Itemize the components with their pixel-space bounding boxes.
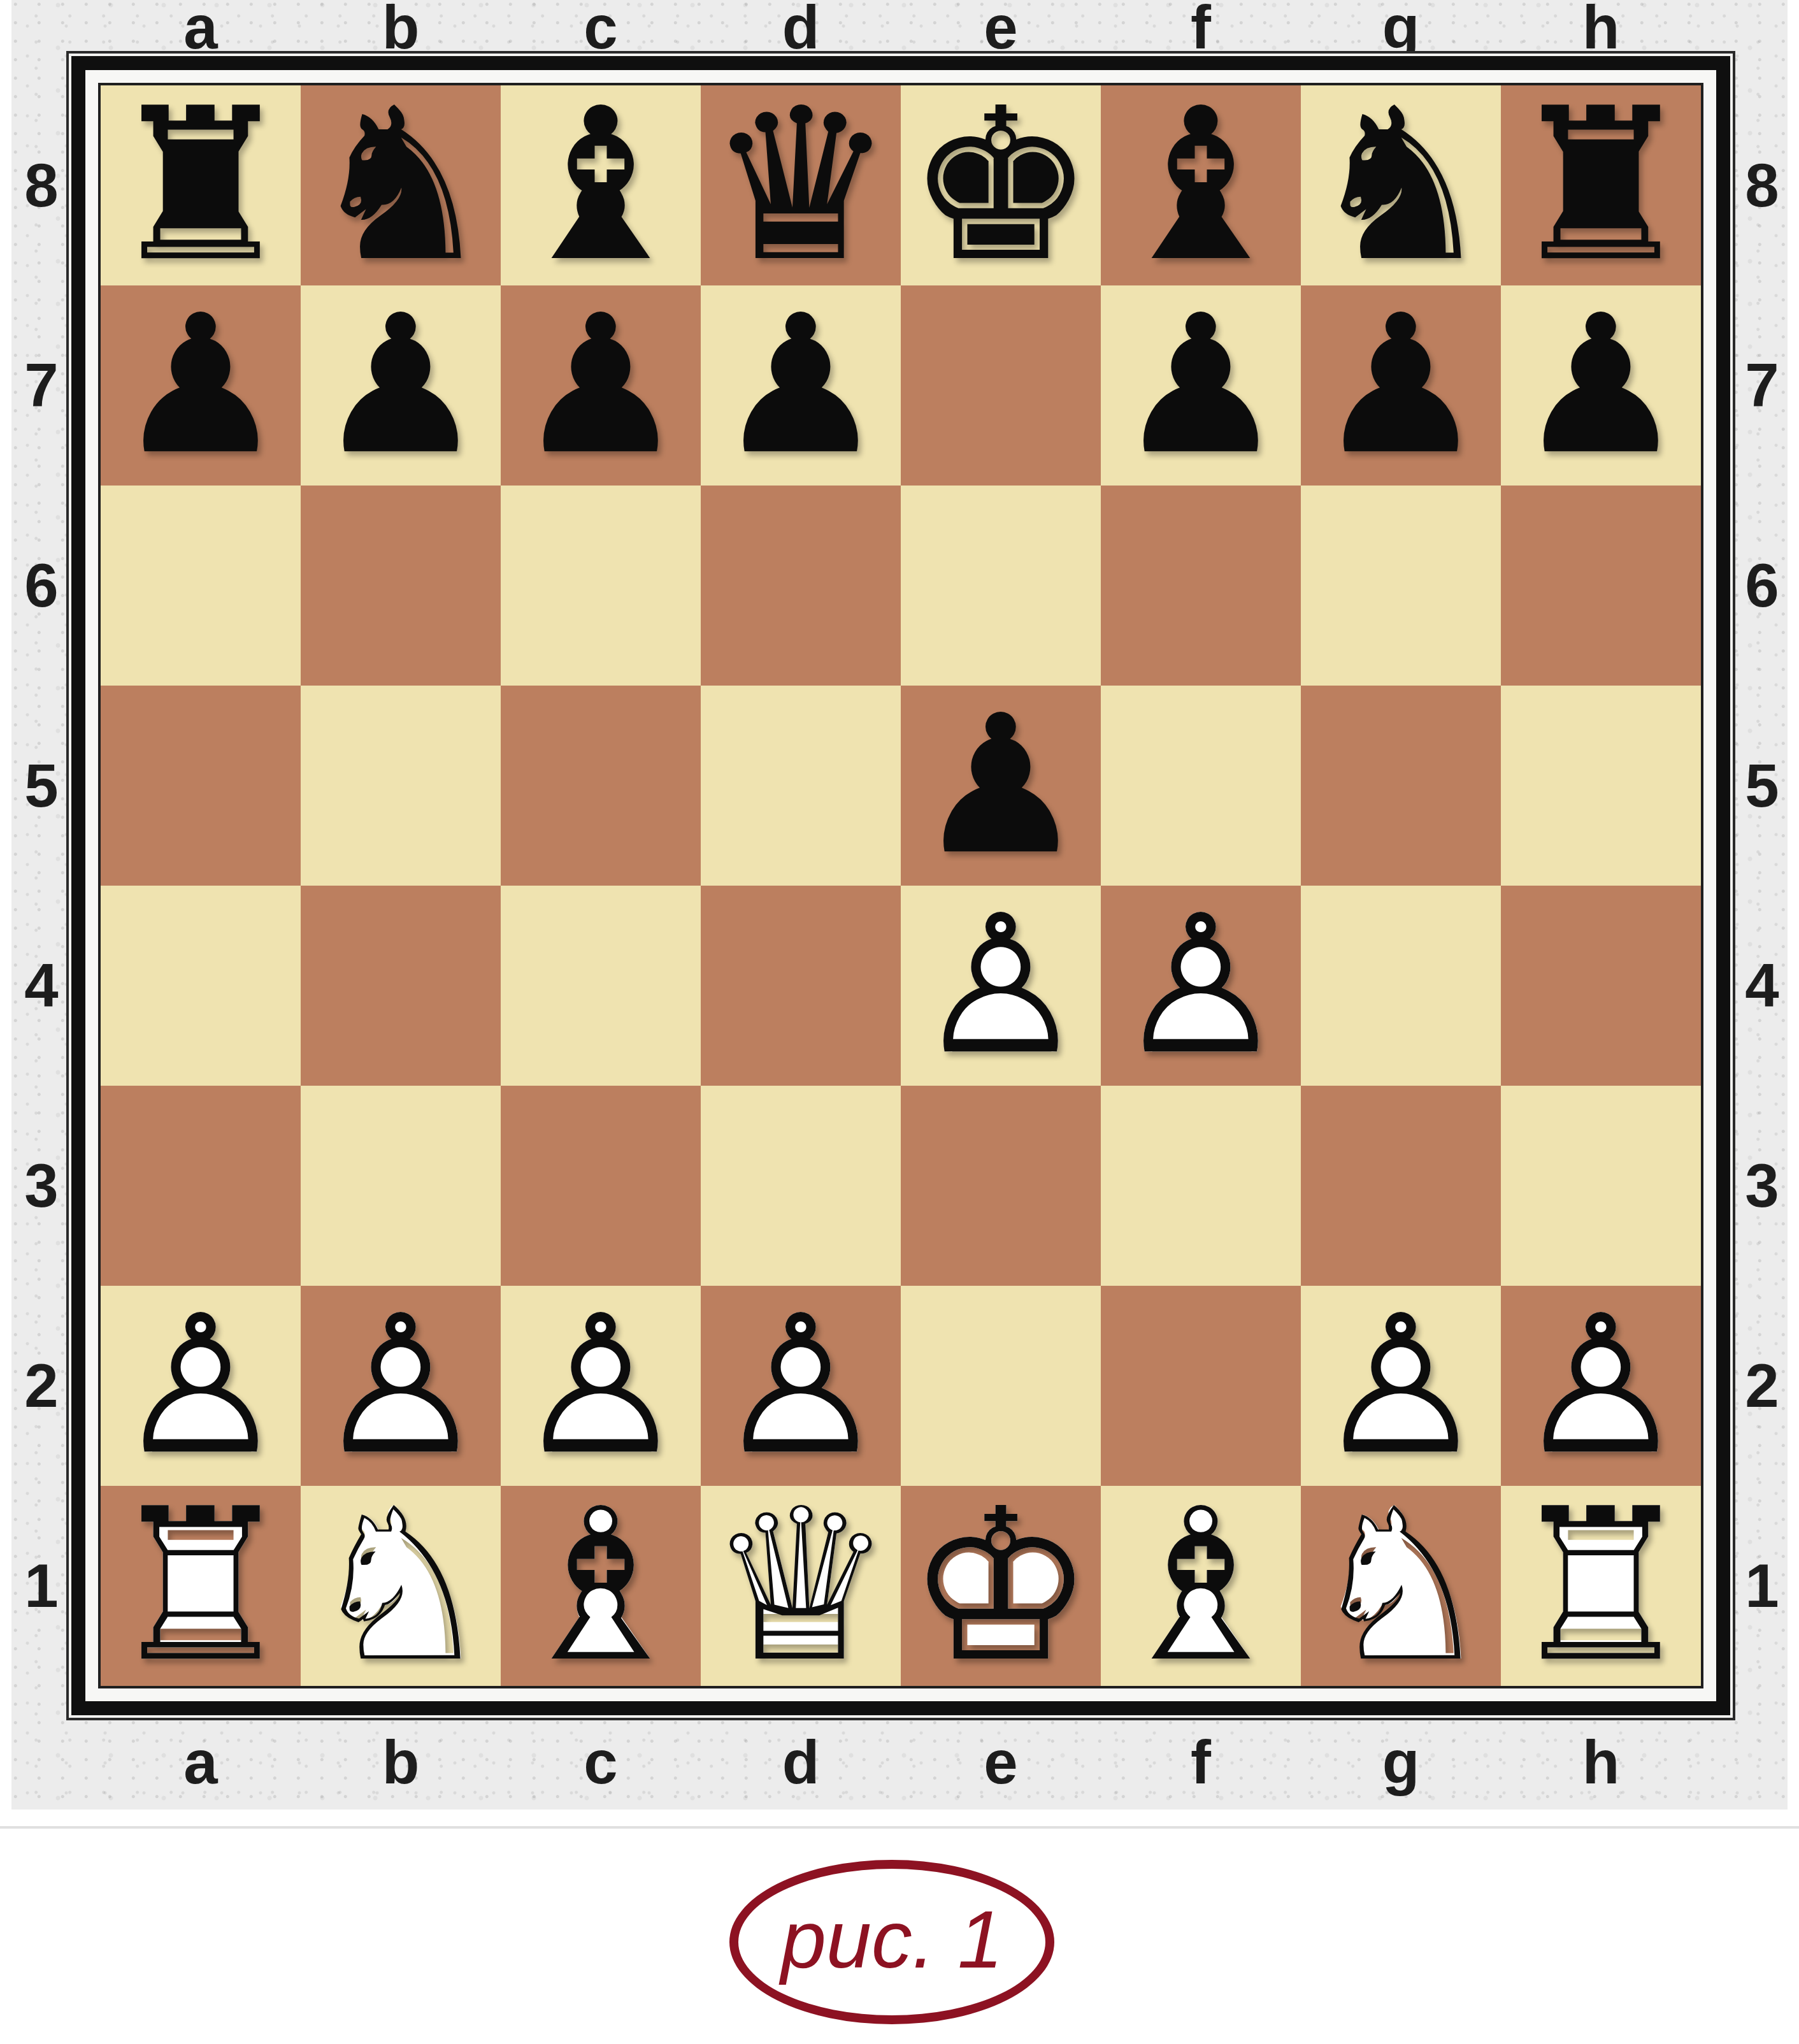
piece-black-rook-h8: ♜ xyxy=(1501,85,1701,285)
square-a2: ♟♙ xyxy=(101,1286,301,1486)
file-label-bottom-g: g xyxy=(1301,1715,1501,1810)
board-frame: ♜♞♝♛♚♝♞♜♟♟♟♟♟♟♟♟♟♙♟♙♟♙♟♙♟♙♟♙♟♙♟♙♜♖♞♘♝♗♛♕… xyxy=(71,56,1730,1715)
file-label-bottom-b: b xyxy=(301,1715,501,1810)
square-c1: ♝♗ xyxy=(501,1486,701,1686)
rank-label-left-3: 3 xyxy=(11,1086,71,1286)
white-bishop-outline-icon: ♗ xyxy=(501,1486,701,1686)
square-g6 xyxy=(1301,486,1501,686)
square-b2: ♟♙ xyxy=(301,1286,501,1486)
rank-label-left-7: 7 xyxy=(11,285,71,486)
square-b6 xyxy=(301,486,501,686)
square-c3 xyxy=(501,1086,701,1286)
square-f7: ♟ xyxy=(1101,285,1301,486)
file-label-bottom-a: a xyxy=(101,1715,301,1810)
square-a8: ♜ xyxy=(101,85,301,285)
white-king-outline-icon: ♔ xyxy=(901,1486,1101,1686)
square-e6 xyxy=(901,486,1101,686)
file-label-top-g: g xyxy=(1301,0,1501,55)
square-g7: ♟ xyxy=(1301,285,1501,486)
rank-label-right-2: 2 xyxy=(1730,1286,1794,1486)
rank-label-right-8: 8 xyxy=(1730,85,1794,285)
square-c2: ♟♙ xyxy=(501,1286,701,1486)
square-d8: ♛ xyxy=(701,85,901,285)
square-f1: ♝♗ xyxy=(1101,1486,1301,1686)
square-f4: ♟♙ xyxy=(1101,886,1301,1086)
rank-labels-left: 87654321 xyxy=(11,85,71,1686)
square-d1: ♛♕ xyxy=(701,1486,901,1686)
square-b7: ♟ xyxy=(301,285,501,486)
square-f6 xyxy=(1101,486,1301,686)
square-c7: ♟ xyxy=(501,285,701,486)
white-pawn-outline-icon: ♙ xyxy=(701,1286,901,1486)
black-pawn-icon: ♟ xyxy=(701,285,901,486)
piece-white-knight-g1: ♞♘ xyxy=(1301,1486,1501,1686)
square-f8: ♝ xyxy=(1101,85,1301,285)
file-label-bottom-e: e xyxy=(901,1715,1101,1810)
piece-white-pawn-c2: ♟♙ xyxy=(501,1286,701,1486)
file-label-bottom-c: c xyxy=(501,1715,701,1810)
white-pawn-outline-icon: ♙ xyxy=(1501,1286,1701,1486)
piece-black-queen-d8: ♛ xyxy=(701,85,901,285)
piece-black-pawn-e5: ♟ xyxy=(901,686,1101,886)
piece-white-pawn-b2: ♟♙ xyxy=(301,1286,501,1486)
rank-label-left-1: 1 xyxy=(11,1486,71,1686)
rank-label-left-5: 5 xyxy=(11,686,71,886)
file-label-bottom-d: d xyxy=(701,1715,901,1810)
white-knight-outline-icon: ♘ xyxy=(1301,1486,1501,1686)
square-d4 xyxy=(701,886,901,1086)
square-d7: ♟ xyxy=(701,285,901,486)
piece-white-pawn-d2: ♟♙ xyxy=(701,1286,901,1486)
piece-black-bishop-c8: ♝ xyxy=(501,85,701,285)
white-queen-outline-icon: ♕ xyxy=(701,1486,901,1686)
square-d3 xyxy=(701,1086,901,1286)
white-knight-outline-icon: ♘ xyxy=(301,1486,501,1686)
square-f2 xyxy=(1101,1286,1301,1486)
page-divider-line xyxy=(0,1826,1799,1829)
black-knight-icon: ♞ xyxy=(1301,85,1501,285)
black-rook-icon: ♜ xyxy=(1501,85,1701,285)
rank-label-right-1: 1 xyxy=(1730,1486,1794,1686)
square-f3 xyxy=(1101,1086,1301,1286)
piece-black-pawn-b7: ♟ xyxy=(301,285,501,486)
square-h8: ♜ xyxy=(1501,85,1701,285)
square-b5 xyxy=(301,686,501,886)
file-label-top-b: b xyxy=(301,0,501,55)
rank-label-left-2: 2 xyxy=(11,1286,71,1486)
black-pawn-icon: ♟ xyxy=(301,285,501,486)
black-pawn-icon: ♟ xyxy=(1501,285,1701,486)
figure-caption: рис. 1 xyxy=(781,1892,1003,1992)
square-h4 xyxy=(1501,886,1701,1086)
white-bishop-outline-icon: ♗ xyxy=(1101,1486,1301,1686)
black-bishop-icon: ♝ xyxy=(1101,85,1301,285)
square-d6 xyxy=(701,486,901,686)
white-pawn-outline-icon: ♙ xyxy=(501,1286,701,1486)
black-pawn-icon: ♟ xyxy=(901,686,1101,886)
piece-white-pawn-e4: ♟♙ xyxy=(901,886,1101,1086)
square-g3 xyxy=(1301,1086,1501,1286)
square-g8: ♞ xyxy=(1301,85,1501,285)
square-c5 xyxy=(501,686,701,886)
square-c8: ♝ xyxy=(501,85,701,285)
piece-black-knight-g8: ♞ xyxy=(1301,85,1501,285)
piece-black-pawn-a7: ♟ xyxy=(101,285,301,486)
rank-label-right-3: 3 xyxy=(1730,1086,1794,1286)
square-a3 xyxy=(101,1086,301,1286)
piece-black-knight-b8: ♞ xyxy=(301,85,501,285)
rank-label-left-6: 6 xyxy=(11,486,71,686)
file-label-bottom-h: h xyxy=(1501,1715,1701,1810)
rank-label-right-4: 4 xyxy=(1730,886,1794,1086)
piece-white-queen-d1: ♛♕ xyxy=(701,1486,901,1686)
square-a7: ♟ xyxy=(101,285,301,486)
file-label-bottom-f: f xyxy=(1101,1715,1301,1810)
square-g1: ♞♘ xyxy=(1301,1486,1501,1686)
file-label-top-h: h xyxy=(1501,0,1701,55)
rank-label-left-4: 4 xyxy=(11,886,71,1086)
square-b3 xyxy=(301,1086,501,1286)
square-a4 xyxy=(101,886,301,1086)
white-pawn-outline-icon: ♙ xyxy=(1301,1286,1501,1486)
square-h5 xyxy=(1501,686,1701,886)
rank-label-right-6: 6 xyxy=(1730,486,1794,686)
square-e7 xyxy=(901,285,1101,486)
white-rook-outline-icon: ♖ xyxy=(101,1486,301,1686)
black-knight-icon: ♞ xyxy=(301,85,501,285)
piece-black-pawn-f7: ♟ xyxy=(1101,285,1301,486)
square-h3 xyxy=(1501,1086,1701,1286)
black-pawn-icon: ♟ xyxy=(501,285,701,486)
square-g4 xyxy=(1301,886,1501,1086)
black-pawn-icon: ♟ xyxy=(101,285,301,486)
rank-label-left-8: 8 xyxy=(11,85,71,285)
rank-label-right-5: 5 xyxy=(1730,686,1794,886)
square-b4 xyxy=(301,886,501,1086)
square-h7: ♟ xyxy=(1501,285,1701,486)
piece-white-rook-a1: ♜♖ xyxy=(101,1486,301,1686)
rank-labels-right: 87654321 xyxy=(1730,85,1794,1686)
square-g5 xyxy=(1301,686,1501,886)
white-pawn-outline-icon: ♙ xyxy=(1101,886,1301,1086)
square-e3 xyxy=(901,1086,1101,1286)
square-b1: ♞♘ xyxy=(301,1486,501,1686)
piece-black-bishop-f8: ♝ xyxy=(1101,85,1301,285)
piece-white-pawn-g2: ♟♙ xyxy=(1301,1286,1501,1486)
rank-label-right-7: 7 xyxy=(1730,285,1794,486)
black-queen-icon: ♛ xyxy=(701,85,901,285)
caption-ellipse: рис. 1 xyxy=(729,1860,1054,2024)
file-labels-top: abcdefgh xyxy=(101,0,1701,55)
square-h2: ♟♙ xyxy=(1501,1286,1701,1486)
piece-black-pawn-c7: ♟ xyxy=(501,285,701,486)
piece-white-bishop-f1: ♝♗ xyxy=(1101,1486,1301,1686)
file-label-top-d: d xyxy=(701,0,901,55)
chessboard: ♜♞♝♛♚♝♞♜♟♟♟♟♟♟♟♟♟♙♟♙♟♙♟♙♟♙♟♙♟♙♟♙♜♖♞♘♝♗♛♕… xyxy=(101,85,1701,1686)
piece-black-pawn-g7: ♟ xyxy=(1301,285,1501,486)
file-label-top-a: a xyxy=(101,0,301,55)
square-b8: ♞ xyxy=(301,85,501,285)
square-a5 xyxy=(101,686,301,886)
square-h6 xyxy=(1501,486,1701,686)
square-f5 xyxy=(1101,686,1301,886)
figure-page: abcdefgh 87654321 87654321 abcdefgh ♜♞♝♛… xyxy=(0,0,1799,2044)
square-c6 xyxy=(501,486,701,686)
file-labels-bottom: abcdefgh xyxy=(101,1715,1701,1810)
square-e4: ♟♙ xyxy=(901,886,1101,1086)
square-g2: ♟♙ xyxy=(1301,1286,1501,1486)
piece-white-knight-b1: ♞♘ xyxy=(301,1486,501,1686)
piece-white-pawn-f4: ♟♙ xyxy=(1101,886,1301,1086)
black-rook-icon: ♜ xyxy=(101,85,301,285)
square-e1: ♚♔ xyxy=(901,1486,1101,1686)
piece-white-pawn-h2: ♟♙ xyxy=(1501,1286,1701,1486)
piece-black-pawn-d7: ♟ xyxy=(701,285,901,486)
file-label-top-c: c xyxy=(501,0,701,55)
square-a1: ♜♖ xyxy=(101,1486,301,1686)
square-e5: ♟ xyxy=(901,686,1101,886)
white-pawn-outline-icon: ♙ xyxy=(301,1286,501,1486)
file-label-top-f: f xyxy=(1101,0,1301,55)
square-e2 xyxy=(901,1286,1101,1486)
black-king-icon: ♚ xyxy=(901,85,1101,285)
piece-white-pawn-a2: ♟♙ xyxy=(101,1286,301,1486)
square-h1: ♜♖ xyxy=(1501,1486,1701,1686)
square-d2: ♟♙ xyxy=(701,1286,901,1486)
piece-black-rook-a8: ♜ xyxy=(101,85,301,285)
piece-white-king-e1: ♚♔ xyxy=(901,1486,1101,1686)
white-pawn-outline-icon: ♙ xyxy=(901,886,1101,1086)
square-e8: ♚ xyxy=(901,85,1101,285)
black-bishop-icon: ♝ xyxy=(501,85,701,285)
piece-black-pawn-h7: ♟ xyxy=(1501,285,1701,486)
white-pawn-outline-icon: ♙ xyxy=(101,1286,301,1486)
black-pawn-icon: ♟ xyxy=(1101,285,1301,486)
black-pawn-icon: ♟ xyxy=(1301,285,1501,486)
piece-white-bishop-c1: ♝♗ xyxy=(501,1486,701,1686)
square-c4 xyxy=(501,886,701,1086)
file-label-top-e: e xyxy=(901,0,1101,55)
piece-white-rook-h1: ♜♖ xyxy=(1501,1486,1701,1686)
white-rook-outline-icon: ♖ xyxy=(1501,1486,1701,1686)
square-a6 xyxy=(101,486,301,686)
piece-black-king-e8: ♚ xyxy=(901,85,1101,285)
square-d5 xyxy=(701,686,901,886)
